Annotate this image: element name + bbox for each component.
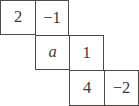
cell-r2c2-variable-a: a (35, 35, 69, 70)
cell-r3c4: −2 (104, 70, 139, 106)
cell-r1c1: 2 (0, 0, 35, 35)
cell-r2c3: 1 (69, 35, 104, 70)
cell-r1c2: −1 (35, 0, 69, 35)
cell-r3c3: 4 (69, 70, 104, 106)
puzzle-board: 2 −1 a 1 4 −2 (0, 0, 139, 106)
